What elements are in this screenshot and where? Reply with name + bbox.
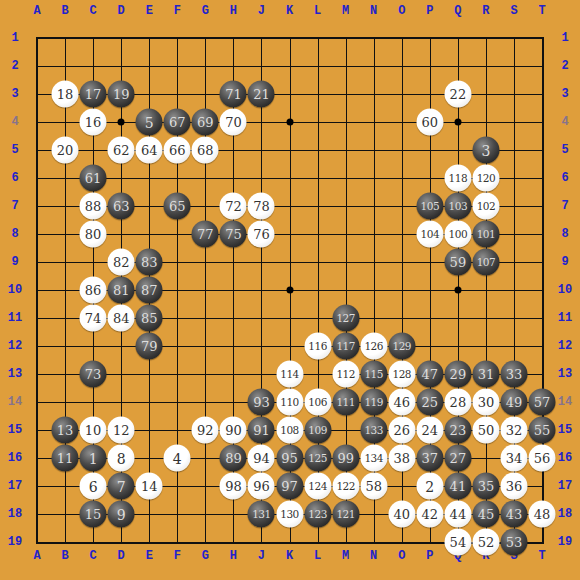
stone-black-79-E12: 79: [136, 333, 163, 360]
stone-white-62-D5: 62: [108, 137, 135, 164]
stone-white-100-Q8: 100: [444, 221, 471, 248]
coord-label-bottom-P: P: [426, 549, 433, 563]
coord-label-right-16: 16: [558, 451, 572, 465]
coord-label-bottom-E: E: [146, 549, 153, 563]
stone-white-86-C10: 86: [80, 277, 107, 304]
stone-black-31-R13: 31: [472, 361, 499, 388]
coord-label-left-11: 11: [8, 311, 22, 325]
stone-white-10-C15: 10: [80, 417, 107, 444]
stone-black-131-J18: 131: [248, 501, 275, 528]
stone-black-133-N15: 133: [360, 417, 387, 444]
coord-label-right-5: 5: [561, 143, 568, 157]
stone-white-24-P15: 24: [416, 417, 443, 444]
stone-white-92-G15: 92: [192, 417, 219, 444]
stone-black-95-K16: 95: [276, 445, 303, 472]
stone-white-66-F5: 66: [164, 137, 191, 164]
stone-black-89-H16: 89: [220, 445, 247, 472]
stone-white-82-D9: 82: [108, 249, 135, 276]
stone-black-63-D7: 63: [108, 193, 135, 220]
stone-white-88-C7: 88: [80, 193, 107, 220]
stone-white-8-D16: 8: [108, 445, 135, 472]
stone-white-22-Q3: 22: [444, 81, 471, 108]
stone-black-107-R9: 107: [472, 249, 499, 276]
coord-label-right-19: 19: [558, 535, 572, 549]
coord-label-top-T: T: [538, 4, 545, 18]
coord-label-left-7: 7: [11, 199, 18, 213]
coord-label-right-17: 17: [558, 479, 572, 493]
stone-black-69-G4: 69: [192, 109, 219, 136]
stone-black-97-K17: 97: [276, 473, 303, 500]
coord-label-left-1: 1: [11, 31, 18, 45]
stone-white-76-J8: 76: [248, 221, 275, 248]
coord-label-top-H: H: [230, 4, 237, 18]
stone-white-30-R14: 30: [472, 389, 499, 416]
stone-black-129-O12: 129: [388, 333, 415, 360]
stone-black-17-C3: 17: [80, 81, 107, 108]
coord-label-top-F: F: [174, 4, 181, 18]
coord-label-right-12: 12: [558, 339, 572, 353]
stone-black-19-D3: 19: [108, 81, 135, 108]
stone-black-45-R18: 45: [472, 501, 499, 528]
stone-black-41-Q17: 41: [444, 473, 471, 500]
stone-black-67-F4: 67: [164, 109, 191, 136]
stone-black-93-J14: 93: [248, 389, 275, 416]
stone-black-9-D18: 9: [108, 501, 135, 528]
stone-white-124-L17: 124: [304, 473, 331, 500]
stone-black-105-P7: 105: [416, 193, 443, 220]
coord-label-bottom-O: O: [398, 549, 405, 563]
stone-white-54-Q19: 54: [444, 529, 471, 556]
stone-white-32-S15: 32: [501, 417, 528, 444]
coord-label-right-14: 14: [558, 395, 572, 409]
stone-white-46-O14: 46: [388, 389, 415, 416]
stone-white-134-N16: 134: [360, 445, 387, 472]
stone-white-70-H4: 70: [220, 109, 247, 136]
stone-black-123-L18: 123: [304, 501, 331, 528]
stone-white-112-M13: 112: [332, 361, 359, 388]
coord-label-top-Q: Q: [454, 4, 461, 18]
coord-label-left-15: 15: [8, 423, 22, 437]
stone-black-75-H8: 75: [220, 221, 247, 248]
coord-label-left-6: 6: [11, 171, 18, 185]
stone-white-104-P8: 104: [416, 221, 443, 248]
coord-label-right-4: 4: [561, 115, 568, 129]
stone-black-11-B16: 11: [52, 445, 79, 472]
coord-label-bottom-F: F: [174, 549, 181, 563]
stone-white-28-Q14: 28: [444, 389, 471, 416]
stone-white-122-M17: 122: [332, 473, 359, 500]
stone-black-103-Q7: 103: [444, 193, 471, 220]
coord-label-right-2: 2: [561, 59, 568, 73]
stone-white-108-K15: 108: [276, 417, 303, 444]
stone-white-128-O13: 128: [388, 361, 415, 388]
star-point-K10: [286, 287, 293, 294]
stone-black-53-S19: 53: [501, 529, 528, 556]
coord-label-bottom-B: B: [61, 549, 68, 563]
stone-black-85-E11: 85: [136, 305, 163, 332]
grid-line-h: [37, 346, 542, 347]
stone-white-84-D11: 84: [108, 305, 135, 332]
coord-label-right-7: 7: [561, 199, 568, 213]
coord-label-bottom-C: C: [90, 549, 97, 563]
stone-black-15-C18: 15: [80, 501, 107, 528]
stone-white-80-C8: 80: [80, 221, 107, 248]
stone-white-98-H17: 98: [220, 473, 247, 500]
coord-label-top-O: O: [398, 4, 405, 18]
stone-black-23-Q15: 23: [444, 417, 471, 444]
stone-white-118-Q6: 118: [444, 165, 471, 192]
stone-black-49-S14: 49: [501, 389, 528, 416]
coord-label-top-A: A: [33, 4, 40, 18]
stone-white-68-G5: 68: [192, 137, 219, 164]
coord-label-left-12: 12: [8, 339, 22, 353]
stone-black-25-P14: 25: [416, 389, 443, 416]
stone-white-14-E17: 14: [136, 473, 163, 500]
stone-black-81-D10: 81: [108, 277, 135, 304]
coord-label-left-8: 8: [11, 227, 18, 241]
coord-label-top-G: G: [202, 4, 209, 18]
stone-white-12-D15: 12: [108, 417, 135, 444]
coord-label-right-6: 6: [561, 171, 568, 185]
coord-label-left-5: 5: [11, 143, 18, 157]
grid-line-v: [486, 38, 487, 542]
coord-label-right-3: 3: [561, 87, 568, 101]
coord-label-top-L: L: [314, 4, 321, 18]
stone-white-16-C4: 16: [80, 109, 107, 136]
coord-label-left-10: 10: [8, 283, 22, 297]
stone-black-33-S13: 33: [501, 361, 528, 388]
stone-black-117-M12: 117: [332, 333, 359, 360]
stone-white-6-C17: 6: [80, 473, 107, 500]
stone-black-87-E10: 87: [136, 277, 163, 304]
coord-label-right-13: 13: [558, 367, 572, 381]
stone-white-34-S16: 34: [501, 445, 528, 472]
stone-black-65-F7: 65: [164, 193, 191, 220]
star-point-Q4: [454, 119, 461, 126]
stone-white-60-P4: 60: [416, 109, 443, 136]
coord-label-top-K: K: [286, 4, 293, 18]
stone-black-1-C16: 1: [80, 445, 107, 472]
stone-black-5-E4: 5: [136, 109, 163, 136]
stone-white-94-J16: 94: [248, 445, 275, 472]
stone-black-77-G8: 77: [192, 221, 219, 248]
stone-white-38-O16: 38: [388, 445, 415, 472]
coord-label-top-J: J: [258, 4, 265, 18]
stone-black-71-H3: 71: [220, 81, 247, 108]
stone-white-102-R7: 102: [472, 193, 499, 220]
coord-label-left-14: 14: [8, 395, 22, 409]
stone-black-37-P16: 37: [416, 445, 443, 472]
stone-black-101-R8: 101: [472, 221, 499, 248]
star-point-Q10: [454, 287, 461, 294]
coord-label-left-13: 13: [8, 367, 22, 381]
coord-label-top-P: P: [426, 4, 433, 18]
stone-white-40-O18: 40: [388, 501, 415, 528]
coord-label-left-16: 16: [8, 451, 22, 465]
stone-black-35-R17: 35: [472, 473, 499, 500]
stone-black-111-M14: 111: [332, 389, 359, 416]
stone-black-29-Q13: 29: [444, 361, 471, 388]
coord-label-top-N: N: [370, 4, 377, 18]
coord-label-top-S: S: [510, 4, 517, 18]
coord-label-right-9: 9: [561, 255, 568, 269]
stone-black-91-J15: 91: [248, 417, 275, 444]
stone-black-13-B15: 13: [52, 417, 79, 444]
stone-white-114-K13: 114: [276, 361, 303, 388]
coord-label-left-19: 19: [8, 535, 22, 549]
stone-white-58-N17: 58: [360, 473, 387, 500]
star-point-K4: [286, 119, 293, 126]
stone-black-73-C13: 73: [80, 361, 107, 388]
stone-white-50-R15: 50: [472, 417, 499, 444]
stone-white-20-B5: 20: [52, 137, 79, 164]
coord-label-right-15: 15: [558, 423, 572, 437]
coord-label-bottom-N: N: [370, 549, 377, 563]
stone-black-43-S18: 43: [501, 501, 528, 528]
coord-label-bottom-J: J: [258, 549, 265, 563]
stone-black-21-J3: 21: [248, 81, 275, 108]
stone-white-18-B3: 18: [52, 81, 79, 108]
stone-black-27-Q16: 27: [444, 445, 471, 472]
stone-black-127-M11: 127: [332, 305, 359, 332]
coord-label-right-11: 11: [558, 311, 572, 325]
coord-label-left-9: 9: [11, 255, 18, 269]
coord-label-top-D: D: [118, 4, 125, 18]
stone-black-57-T14: 57: [529, 389, 556, 416]
go-board: AABBCCDDEEFFGGHHJJKKLLMMNNOOPPQQRRSSTT11…: [0, 0, 580, 580]
coord-label-left-17: 17: [8, 479, 22, 493]
coord-label-top-R: R: [482, 4, 489, 18]
stone-white-2-P17: 2: [416, 473, 443, 500]
stone-white-42-P18: 42: [416, 501, 443, 528]
stone-white-116-L12: 116: [304, 333, 331, 360]
stone-black-109-L15: 109: [304, 417, 331, 444]
stone-white-126-N12: 126: [360, 333, 387, 360]
stone-white-52-R19: 52: [472, 529, 499, 556]
stone-black-61-C6: 61: [80, 165, 107, 192]
stone-black-125-L16: 125: [304, 445, 331, 472]
coord-label-bottom-D: D: [118, 549, 125, 563]
stone-white-4-F16: 4: [164, 445, 191, 472]
coord-label-bottom-A: A: [33, 549, 40, 563]
coord-label-bottom-L: L: [314, 549, 321, 563]
stone-black-59-Q9: 59: [444, 249, 471, 276]
stone-black-119-N14: 119: [360, 389, 387, 416]
stone-black-99-M16: 99: [332, 445, 359, 472]
stone-black-55-T15: 55: [529, 417, 556, 444]
stone-white-64-E5: 64: [136, 137, 163, 164]
stone-white-130-K18: 130: [276, 501, 303, 528]
coord-label-right-18: 18: [558, 507, 572, 521]
stone-white-72-H7: 72: [220, 193, 247, 220]
stone-black-7-D17: 7: [108, 473, 135, 500]
coord-label-right-1: 1: [561, 31, 568, 45]
stone-white-78-J7: 78: [248, 193, 275, 220]
coord-label-top-E: E: [146, 4, 153, 18]
stone-white-26-O15: 26: [388, 417, 415, 444]
coord-label-left-3: 3: [11, 87, 18, 101]
stone-white-48-T18: 48: [529, 501, 556, 528]
coord-label-top-M: M: [342, 4, 349, 18]
coord-label-left-4: 4: [11, 115, 18, 129]
stone-white-106-L14: 106: [304, 389, 331, 416]
stone-white-96-J17: 96: [248, 473, 275, 500]
stone-black-115-N13: 115: [360, 361, 387, 388]
coord-label-bottom-M: M: [342, 549, 349, 563]
stone-black-47-P13: 47: [416, 361, 443, 388]
stone-white-90-H15: 90: [220, 417, 247, 444]
coord-label-top-C: C: [90, 4, 97, 18]
coord-label-bottom-K: K: [286, 549, 293, 563]
coord-label-left-18: 18: [8, 507, 22, 521]
coord-label-left-2: 2: [11, 59, 18, 73]
coord-label-top-B: B: [61, 4, 68, 18]
star-point-D4: [118, 119, 125, 126]
stone-black-3-R5: 3: [472, 137, 499, 164]
coord-label-right-10: 10: [558, 283, 572, 297]
coord-label-right-8: 8: [561, 227, 568, 241]
stone-white-44-Q18: 44: [444, 501, 471, 528]
coord-label-bottom-T: T: [538, 549, 545, 563]
stone-white-74-C11: 74: [80, 305, 107, 332]
stone-white-110-K14: 110: [276, 389, 303, 416]
stone-white-56-T16: 56: [529, 445, 556, 472]
stone-white-36-S17: 36: [501, 473, 528, 500]
coord-label-bottom-H: H: [230, 549, 237, 563]
coord-label-bottom-G: G: [202, 549, 209, 563]
stone-black-83-E9: 83: [136, 249, 163, 276]
stone-white-120-R6: 120: [472, 165, 499, 192]
stone-black-121-M18: 121: [332, 501, 359, 528]
